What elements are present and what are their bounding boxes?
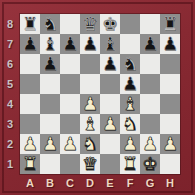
square-b3[interactable]: [40, 114, 60, 134]
square-c3[interactable]: [60, 114, 80, 134]
piece-white-pawn: ♟: [100, 114, 120, 134]
square-e8[interactable]: ♚: [100, 14, 120, 34]
square-g4[interactable]: [140, 94, 160, 114]
square-g1[interactable]: ♚: [140, 154, 160, 174]
file-label-g: G: [140, 174, 160, 194]
square-b7[interactable]: ♝: [40, 34, 60, 54]
square-e5[interactable]: [100, 74, 120, 94]
square-f5[interactable]: ♟: [120, 74, 140, 94]
square-a7[interactable]: ♟: [20, 34, 40, 54]
square-c5[interactable]: [60, 74, 80, 94]
square-b2[interactable]: ♟: [40, 134, 60, 154]
square-f4[interactable]: ♝: [120, 94, 140, 114]
square-g2[interactable]: ♟: [140, 134, 160, 154]
piece-white-knight: ♞: [80, 134, 100, 154]
square-a5[interactable]: [20, 74, 40, 94]
piece-white-pawn: ♟: [140, 134, 160, 154]
piece-white-rook: ♜: [20, 154, 40, 174]
file-label-b: B: [40, 174, 60, 194]
rank-label-2: 2: [0, 134, 20, 154]
square-c1[interactable]: [60, 154, 80, 174]
square-d2[interactable]: ♞: [80, 134, 100, 154]
square-c4[interactable]: [60, 94, 80, 114]
square-d5[interactable]: [80, 74, 100, 94]
piece-black-pawn: ♟: [40, 54, 60, 74]
square-a3[interactable]: [20, 114, 40, 134]
square-b6[interactable]: ♟: [40, 54, 60, 74]
square-b5[interactable]: [40, 74, 60, 94]
square-h7[interactable]: ♟: [160, 34, 180, 54]
piece-white-bishop: ♝: [120, 94, 140, 114]
square-c2[interactable]: ♟: [60, 134, 80, 154]
square-c7[interactable]: ♟: [60, 34, 80, 54]
square-d4[interactable]: ♟: [80, 94, 100, 114]
square-g8[interactable]: [140, 14, 160, 34]
square-e2[interactable]: [100, 134, 120, 154]
square-c6[interactable]: [60, 54, 80, 74]
piece-black-pawn: ♟: [80, 34, 100, 54]
rank-label-8: 8: [0, 14, 20, 34]
piece-black-pawn: ♟: [140, 34, 160, 54]
file-label-h: H: [160, 174, 180, 194]
square-c8[interactable]: [60, 14, 80, 34]
piece-white-pawn: ♟: [160, 134, 180, 154]
square-f7[interactable]: [120, 34, 140, 54]
piece-white-pawn: ♟: [80, 94, 100, 114]
square-h4[interactable]: [160, 94, 180, 114]
piece-white-knight: ♞: [120, 114, 140, 134]
piece-black-queen: ♛: [80, 14, 100, 34]
square-b8[interactable]: ♞: [40, 14, 60, 34]
square-h3[interactable]: [160, 114, 180, 134]
square-f1[interactable]: ♜: [120, 154, 140, 174]
file-label-d: D: [80, 174, 100, 194]
piece-black-bishop: ♝: [40, 34, 60, 54]
piece-black-knight: ♞: [120, 54, 140, 74]
file-label-a: A: [20, 174, 40, 194]
square-d3[interactable]: ♝: [80, 114, 100, 134]
piece-black-knight: ♞: [40, 14, 60, 34]
square-h5[interactable]: [160, 74, 180, 94]
piece-black-rook: ♜: [20, 14, 40, 34]
square-e6[interactable]: ♟: [100, 54, 120, 74]
piece-black-pawn: ♟: [100, 54, 120, 74]
square-a2[interactable]: ♟: [20, 134, 40, 154]
square-f6[interactable]: ♞: [120, 54, 140, 74]
square-d6[interactable]: [80, 54, 100, 74]
square-g7[interactable]: ♟: [140, 34, 160, 54]
square-a6[interactable]: [20, 54, 40, 74]
chess-board: ♜♞♛♚♜♟♝♟♟♝♟♟♟♟♞♟♟♝♝♟♞♟♟♟♞♟♟♟♜♛♜♚: [20, 14, 180, 174]
rank-label-1: 1: [0, 154, 20, 174]
piece-white-bishop: ♝: [80, 114, 100, 134]
piece-white-rook: ♜: [120, 154, 140, 174]
square-f3[interactable]: ♞: [120, 114, 140, 134]
square-d8[interactable]: ♛: [80, 14, 100, 34]
square-a1[interactable]: ♜: [20, 154, 40, 174]
square-g6[interactable]: [140, 54, 160, 74]
square-b1[interactable]: [40, 154, 60, 174]
rank-label-4: 4: [0, 94, 20, 114]
file-label-f: F: [120, 174, 140, 194]
square-d7[interactable]: ♟: [80, 34, 100, 54]
square-f2[interactable]: ♟: [120, 134, 140, 154]
piece-black-rook: ♜: [160, 14, 180, 34]
piece-white-queen: ♛: [80, 154, 100, 174]
rank-label-7: 7: [0, 34, 20, 54]
piece-black-pawn: ♟: [20, 34, 40, 54]
rank-label-3: 3: [0, 114, 20, 134]
piece-white-pawn: ♟: [40, 134, 60, 154]
square-h8[interactable]: ♜: [160, 14, 180, 34]
square-g5[interactable]: [140, 74, 160, 94]
square-e1[interactable]: [100, 154, 120, 174]
piece-black-king: ♚: [100, 14, 120, 34]
piece-white-pawn: ♟: [60, 134, 80, 154]
square-h1[interactable]: [160, 154, 180, 174]
piece-black-pawn: ♟: [120, 74, 140, 94]
file-label-c: C: [60, 174, 80, 194]
square-h6[interactable]: [160, 54, 180, 74]
rank-labels: 87654321: [0, 14, 20, 174]
square-e3[interactable]: ♟: [100, 114, 120, 134]
piece-black-pawn: ♟: [160, 34, 180, 54]
square-f8[interactable]: [120, 14, 140, 34]
rank-label-6: 6: [0, 54, 20, 74]
file-label-e: E: [100, 174, 120, 194]
square-h2[interactable]: ♟: [160, 134, 180, 154]
square-g3[interactable]: [140, 114, 160, 134]
piece-white-pawn: ♟: [120, 134, 140, 154]
piece-white-king: ♚: [140, 154, 160, 174]
piece-white-pawn: ♟: [20, 134, 40, 154]
square-b4[interactable]: [40, 94, 60, 114]
square-e7[interactable]: ♝: [100, 34, 120, 54]
square-a8[interactable]: ♜: [20, 14, 40, 34]
square-e4[interactable]: [100, 94, 120, 114]
file-labels: ABCDEFGH: [20, 174, 180, 194]
piece-black-pawn: ♟: [60, 34, 80, 54]
square-d1[interactable]: ♛: [80, 154, 100, 174]
piece-black-bishop: ♝: [100, 34, 120, 54]
rank-label-5: 5: [0, 74, 20, 94]
board-frame: 87654321 ♜♞♛♚♜♟♝♟♟♝♟♟♟♟♞♟♟♝♝♟♞♟♟♟♞♟♟♟♜♛♜…: [0, 0, 195, 195]
square-a4[interactable]: [20, 94, 40, 114]
